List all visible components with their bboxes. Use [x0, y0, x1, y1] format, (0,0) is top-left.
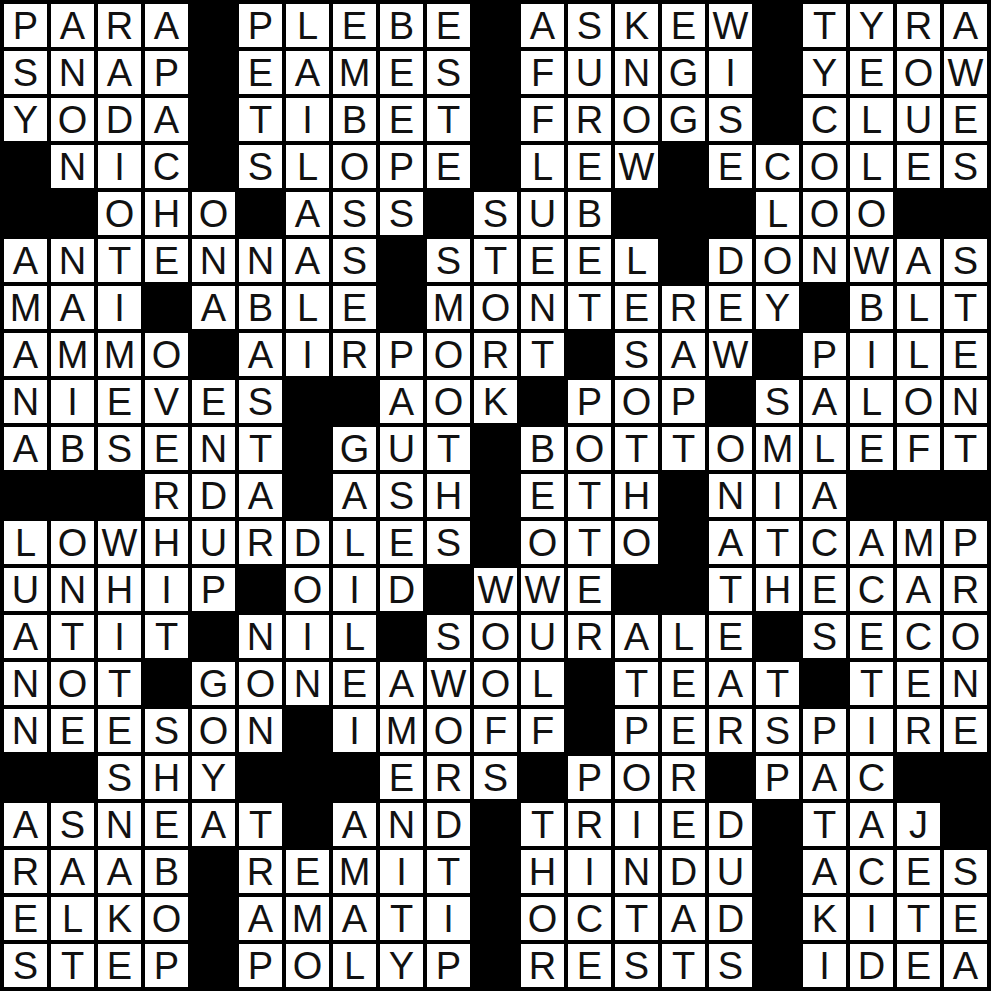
- cell-r11c18[interactable]: A: [850, 521, 893, 564]
- cell-r17c0[interactable]: A: [4, 803, 47, 846]
- cell-r5c10[interactable]: T: [474, 239, 517, 282]
- cell-r12c1[interactable]: N: [51, 568, 94, 611]
- cell-r6c2[interactable]: I: [98, 286, 141, 329]
- cell-r12c0[interactable]: U: [4, 568, 47, 611]
- cell-r5c4[interactable]: N: [192, 239, 235, 282]
- cell-r15c5[interactable]: N: [239, 709, 282, 752]
- cell-r11c7[interactable]: L: [333, 521, 376, 564]
- cell-r16c10[interactable]: S: [474, 756, 517, 799]
- cell-r20c3[interactable]: P: [145, 944, 188, 987]
- cell-r2c9[interactable]: T: [427, 98, 470, 141]
- cell-r13c10[interactable]: O: [474, 615, 517, 658]
- cell-r7c3[interactable]: O: [145, 333, 188, 376]
- cell-r8c10[interactable]: K: [474, 380, 517, 423]
- cell-r4c10[interactable]: S: [474, 192, 517, 235]
- cell-r13c0[interactable]: A: [4, 615, 47, 658]
- cell-r10c13[interactable]: H: [615, 474, 658, 517]
- cell-r0c13[interactable]: K: [615, 4, 658, 47]
- cell-r15c20[interactable]: E: [944, 709, 987, 752]
- cell-r20c19[interactable]: E: [897, 944, 940, 987]
- cell-r15c9[interactable]: O: [427, 709, 470, 752]
- cell-r18c5[interactable]: R: [239, 850, 282, 893]
- cell-r13c14[interactable]: L: [662, 615, 705, 658]
- cell-r3c13[interactable]: W: [615, 145, 658, 188]
- cell-r18c20[interactable]: S: [944, 850, 987, 893]
- cell-r2c18[interactable]: L: [850, 98, 893, 141]
- cell-r16c18[interactable]: C: [850, 756, 893, 799]
- cell-r12c3[interactable]: I: [145, 568, 188, 611]
- cell-r13c3[interactable]: T: [145, 615, 188, 658]
- cell-r4c11[interactable]: U: [521, 192, 564, 235]
- cell-r6c9[interactable]: M: [427, 286, 470, 329]
- cell-r12c10[interactable]: W: [474, 568, 517, 611]
- cell-r13c12[interactable]: R: [568, 615, 611, 658]
- cell-r6c11[interactable]: N: [521, 286, 564, 329]
- cell-r12c11[interactable]: W: [521, 568, 564, 611]
- cell-r20c17[interactable]: I: [803, 944, 846, 987]
- cell-r7c17[interactable]: P: [803, 333, 846, 376]
- cell-r2c1[interactable]: O: [51, 98, 94, 141]
- cell-r1c18[interactable]: E: [850, 51, 893, 94]
- cell-r14c2[interactable]: T: [98, 662, 141, 705]
- cell-r1c11[interactable]: F: [521, 51, 564, 94]
- cell-r18c8[interactable]: I: [380, 850, 423, 893]
- cell-r6c0[interactable]: M: [4, 286, 47, 329]
- cell-r13c15[interactable]: E: [709, 615, 752, 658]
- cell-r14c6[interactable]: N: [286, 662, 329, 705]
- cell-r15c16[interactable]: S: [756, 709, 799, 752]
- cell-r19c2[interactable]: K: [98, 897, 141, 940]
- cell-r18c18[interactable]: C: [850, 850, 893, 893]
- cell-r14c14[interactable]: E: [662, 662, 705, 705]
- cell-r2c5[interactable]: T: [239, 98, 282, 141]
- cell-r2c13[interactable]: O: [615, 98, 658, 141]
- cell-r19c18[interactable]: I: [850, 897, 893, 940]
- cell-r3c3[interactable]: C: [145, 145, 188, 188]
- cell-r10c8[interactable]: S: [380, 474, 423, 517]
- cell-r4c17[interactable]: O: [803, 192, 846, 235]
- cell-r7c18[interactable]: I: [850, 333, 893, 376]
- cell-r6c6[interactable]: L: [286, 286, 329, 329]
- cell-r9c12[interactable]: O: [568, 427, 611, 470]
- cell-r19c1[interactable]: L: [51, 897, 94, 940]
- cell-r4c12[interactable]: B: [568, 192, 611, 235]
- cell-r18c3[interactable]: B: [145, 850, 188, 893]
- cell-r3c11[interactable]: L: [521, 145, 564, 188]
- cell-r8c1[interactable]: I: [51, 380, 94, 423]
- cell-r1c5[interactable]: E: [239, 51, 282, 94]
- cell-r7c8[interactable]: P: [380, 333, 423, 376]
- cell-r0c5[interactable]: P: [239, 4, 282, 47]
- cell-r13c1[interactable]: T: [51, 615, 94, 658]
- cell-r17c9[interactable]: D: [427, 803, 470, 846]
- cell-r19c14[interactable]: A: [662, 897, 705, 940]
- cell-r17c12[interactable]: R: [568, 803, 611, 846]
- cell-r19c9[interactable]: I: [427, 897, 470, 940]
- cell-r4c8[interactable]: S: [380, 192, 423, 235]
- cell-r12c16[interactable]: H: [756, 568, 799, 611]
- cell-r15c1[interactable]: E: [51, 709, 94, 752]
- cell-r16c9[interactable]: R: [427, 756, 470, 799]
- cell-r12c4[interactable]: P: [192, 568, 235, 611]
- cell-r7c6[interactable]: I: [286, 333, 329, 376]
- cell-r9c7[interactable]: G: [333, 427, 376, 470]
- cell-r19c13[interactable]: T: [615, 897, 658, 940]
- cell-r16c4[interactable]: Y: [192, 756, 235, 799]
- cell-r14c1[interactable]: O: [51, 662, 94, 705]
- cell-r1c3[interactable]: P: [145, 51, 188, 94]
- cell-r3c12[interactable]: E: [568, 145, 611, 188]
- cell-r9c19[interactable]: F: [897, 427, 940, 470]
- cell-r1c2[interactable]: A: [98, 51, 141, 94]
- cell-r9c15[interactable]: O: [709, 427, 752, 470]
- cell-r8c18[interactable]: L: [850, 380, 893, 423]
- cell-r1c19[interactable]: O: [897, 51, 940, 94]
- cell-r14c11[interactable]: L: [521, 662, 564, 705]
- cell-r15c11[interactable]: F: [521, 709, 564, 752]
- cell-r17c2[interactable]: N: [98, 803, 141, 846]
- cell-r5c9[interactable]: S: [427, 239, 470, 282]
- cell-r11c17[interactable]: C: [803, 521, 846, 564]
- cell-r3c15[interactable]: E: [709, 145, 752, 188]
- cell-r18c7[interactable]: M: [333, 850, 376, 893]
- cell-r7c5[interactable]: A: [239, 333, 282, 376]
- cell-r9c8[interactable]: U: [380, 427, 423, 470]
- cell-r19c6[interactable]: M: [286, 897, 329, 940]
- cell-r16c17[interactable]: A: [803, 756, 846, 799]
- cell-r15c10[interactable]: F: [474, 709, 517, 752]
- cell-r20c5[interactable]: P: [239, 944, 282, 987]
- cell-r0c7[interactable]: E: [333, 4, 376, 47]
- cell-r4c18[interactable]: O: [850, 192, 893, 235]
- cell-r3c2[interactable]: I: [98, 145, 141, 188]
- cell-r11c4[interactable]: U: [192, 521, 235, 564]
- cell-r13c18[interactable]: E: [850, 615, 893, 658]
- cell-r1c17[interactable]: Y: [803, 51, 846, 94]
- cell-r20c6[interactable]: O: [286, 944, 329, 987]
- cell-r4c4[interactable]: O: [192, 192, 235, 235]
- cell-r17c11[interactable]: T: [521, 803, 564, 846]
- cell-r11c1[interactable]: O: [51, 521, 94, 564]
- cell-r7c11[interactable]: T: [521, 333, 564, 376]
- cell-r20c8[interactable]: Y: [380, 944, 423, 987]
- cell-r19c19[interactable]: T: [897, 897, 940, 940]
- cell-r5c20[interactable]: S: [944, 239, 987, 282]
- cell-r3c19[interactable]: E: [897, 145, 940, 188]
- cell-r12c17[interactable]: E: [803, 568, 846, 611]
- cell-r13c2[interactable]: I: [98, 615, 141, 658]
- cell-r9c11[interactable]: B: [521, 427, 564, 470]
- cell-r1c14[interactable]: G: [662, 51, 705, 94]
- cell-r10c16[interactable]: I: [756, 474, 799, 517]
- cell-r6c15[interactable]: E: [709, 286, 752, 329]
- cell-r15c3[interactable]: S: [145, 709, 188, 752]
- cell-r1c15[interactable]: I: [709, 51, 752, 94]
- cell-r1c1[interactable]: N: [51, 51, 94, 94]
- cell-r1c6[interactable]: A: [286, 51, 329, 94]
- cell-r4c3[interactable]: H: [145, 192, 188, 235]
- cell-r18c17[interactable]: A: [803, 850, 846, 893]
- cell-r17c7[interactable]: A: [333, 803, 376, 846]
- cell-r9c14[interactable]: T: [662, 427, 705, 470]
- cell-r0c15[interactable]: W: [709, 4, 752, 47]
- cell-r7c1[interactable]: M: [51, 333, 94, 376]
- cell-r9c3[interactable]: E: [145, 427, 188, 470]
- cell-r18c11[interactable]: H: [521, 850, 564, 893]
- cell-r17c8[interactable]: N: [380, 803, 423, 846]
- cell-r18c12[interactable]: I: [568, 850, 611, 893]
- cell-r9c20[interactable]: T: [944, 427, 987, 470]
- cell-r18c19[interactable]: E: [897, 850, 940, 893]
- cell-r0c20[interactable]: A: [944, 4, 987, 47]
- cell-r5c1[interactable]: N: [51, 239, 94, 282]
- cell-r19c17[interactable]: K: [803, 897, 846, 940]
- cell-r17c5[interactable]: T: [239, 803, 282, 846]
- cell-r11c12[interactable]: T: [568, 521, 611, 564]
- cell-r14c9[interactable]: W: [427, 662, 470, 705]
- cell-r17c14[interactable]: E: [662, 803, 705, 846]
- cell-r11c0[interactable]: L: [4, 521, 47, 564]
- cell-r5c16[interactable]: O: [756, 239, 799, 282]
- cell-r13c19[interactable]: C: [897, 615, 940, 658]
- cell-r13c7[interactable]: L: [333, 615, 376, 658]
- cell-r14c8[interactable]: A: [380, 662, 423, 705]
- cell-r14c4[interactable]: G: [192, 662, 235, 705]
- cell-r19c8[interactable]: T: [380, 897, 423, 940]
- cell-r1c8[interactable]: E: [380, 51, 423, 94]
- cell-r6c13[interactable]: E: [615, 286, 658, 329]
- cell-r20c9[interactable]: P: [427, 944, 470, 987]
- cell-r17c17[interactable]: T: [803, 803, 846, 846]
- cell-r2c20[interactable]: E: [944, 98, 987, 141]
- cell-r8c13[interactable]: O: [615, 380, 658, 423]
- cell-r12c8[interactable]: D: [380, 568, 423, 611]
- cell-r19c15[interactable]: D: [709, 897, 752, 940]
- cell-r14c15[interactable]: A: [709, 662, 752, 705]
- cell-r8c9[interactable]: O: [427, 380, 470, 423]
- cell-r12c12[interactable]: E: [568, 568, 611, 611]
- cell-r3c16[interactable]: C: [756, 145, 799, 188]
- cell-r6c16[interactable]: Y: [756, 286, 799, 329]
- cell-r8c2[interactable]: E: [98, 380, 141, 423]
- cell-r16c8[interactable]: E: [380, 756, 423, 799]
- cell-r11c9[interactable]: S: [427, 521, 470, 564]
- cell-r8c16[interactable]: S: [756, 380, 799, 423]
- cell-r20c20[interactable]: A: [944, 944, 987, 987]
- cell-r14c18[interactable]: T: [850, 662, 893, 705]
- cell-r0c17[interactable]: T: [803, 4, 846, 47]
- cell-r12c19[interactable]: A: [897, 568, 940, 611]
- cell-r11c8[interactable]: E: [380, 521, 423, 564]
- cell-r13c6[interactable]: I: [286, 615, 329, 658]
- cell-r5c17[interactable]: N: [803, 239, 846, 282]
- cell-r13c20[interactable]: O: [944, 615, 987, 658]
- cell-r11c15[interactable]: A: [709, 521, 752, 564]
- cell-r0c2[interactable]: R: [98, 4, 141, 47]
- cell-r5c7[interactable]: S: [333, 239, 376, 282]
- cell-r6c19[interactable]: L: [897, 286, 940, 329]
- cell-r16c16[interactable]: P: [756, 756, 799, 799]
- cell-r18c9[interactable]: T: [427, 850, 470, 893]
- cell-r3c6[interactable]: L: [286, 145, 329, 188]
- cell-r19c12[interactable]: C: [568, 897, 611, 940]
- cell-r7c14[interactable]: A: [662, 333, 705, 376]
- cell-r3c1[interactable]: N: [51, 145, 94, 188]
- cell-r10c12[interactable]: T: [568, 474, 611, 517]
- cell-r9c5[interactable]: T: [239, 427, 282, 470]
- cell-r6c14[interactable]: R: [662, 286, 705, 329]
- cell-r5c12[interactable]: E: [568, 239, 611, 282]
- cell-r16c13[interactable]: O: [615, 756, 658, 799]
- cell-r5c13[interactable]: L: [615, 239, 658, 282]
- cell-r11c16[interactable]: T: [756, 521, 799, 564]
- cell-r2c8[interactable]: E: [380, 98, 423, 141]
- cell-r7c19[interactable]: L: [897, 333, 940, 376]
- cell-r8c5[interactable]: S: [239, 380, 282, 423]
- cell-r11c19[interactable]: M: [897, 521, 940, 564]
- cell-r20c1[interactable]: T: [51, 944, 94, 987]
- cell-r15c13[interactable]: P: [615, 709, 658, 752]
- cell-r20c2[interactable]: E: [98, 944, 141, 987]
- cell-r10c5[interactable]: A: [239, 474, 282, 517]
- cell-r14c5[interactable]: O: [239, 662, 282, 705]
- cell-r9c17[interactable]: L: [803, 427, 846, 470]
- cell-r15c19[interactable]: R: [897, 709, 940, 752]
- cell-r17c3[interactable]: E: [145, 803, 188, 846]
- cell-r10c9[interactable]: H: [427, 474, 470, 517]
- cell-r18c14[interactable]: D: [662, 850, 705, 893]
- cell-r19c5[interactable]: A: [239, 897, 282, 940]
- cell-r15c7[interactable]: I: [333, 709, 376, 752]
- cell-r20c11[interactable]: R: [521, 944, 564, 987]
- cell-r5c3[interactable]: E: [145, 239, 188, 282]
- cell-r2c0[interactable]: Y: [4, 98, 47, 141]
- cell-r4c2[interactable]: O: [98, 192, 141, 235]
- cell-r13c13[interactable]: A: [615, 615, 658, 658]
- cell-r2c19[interactable]: U: [897, 98, 940, 141]
- cell-r0c1[interactable]: A: [51, 4, 94, 47]
- cell-r19c0[interactable]: E: [4, 897, 47, 940]
- cell-r14c16[interactable]: T: [756, 662, 799, 705]
- cell-r17c13[interactable]: I: [615, 803, 658, 846]
- cell-r2c3[interactable]: A: [145, 98, 188, 141]
- cell-r13c5[interactable]: N: [239, 615, 282, 658]
- cell-r2c15[interactable]: S: [709, 98, 752, 141]
- cell-r11c20[interactable]: P: [944, 521, 987, 564]
- cell-r4c6[interactable]: A: [286, 192, 329, 235]
- cell-r5c18[interactable]: W: [850, 239, 893, 282]
- cell-r6c18[interactable]: B: [850, 286, 893, 329]
- cell-r15c15[interactable]: R: [709, 709, 752, 752]
- cell-r8c3[interactable]: V: [145, 380, 188, 423]
- cell-r4c16[interactable]: L: [756, 192, 799, 235]
- cell-r7c2[interactable]: M: [98, 333, 141, 376]
- cell-r15c17[interactable]: P: [803, 709, 846, 752]
- cell-r0c12[interactable]: S: [568, 4, 611, 47]
- cell-r3c5[interactable]: S: [239, 145, 282, 188]
- cell-r8c4[interactable]: E: [192, 380, 235, 423]
- cell-r5c19[interactable]: A: [897, 239, 940, 282]
- cell-r11c5[interactable]: R: [239, 521, 282, 564]
- cell-r10c17[interactable]: A: [803, 474, 846, 517]
- cell-r0c19[interactable]: R: [897, 4, 940, 47]
- cell-r5c11[interactable]: E: [521, 239, 564, 282]
- cell-r8c20[interactable]: N: [944, 380, 987, 423]
- cell-r16c2[interactable]: S: [98, 756, 141, 799]
- cell-r6c12[interactable]: T: [568, 286, 611, 329]
- cell-r7c13[interactable]: S: [615, 333, 658, 376]
- cell-r15c0[interactable]: N: [4, 709, 47, 752]
- cell-r20c13[interactable]: S: [615, 944, 658, 987]
- cell-r20c14[interactable]: T: [662, 944, 705, 987]
- cell-r5c5[interactable]: N: [239, 239, 282, 282]
- cell-r20c15[interactable]: S: [709, 944, 752, 987]
- cell-r9c2[interactable]: S: [98, 427, 141, 470]
- cell-r7c15[interactable]: W: [709, 333, 752, 376]
- cell-r12c7[interactable]: I: [333, 568, 376, 611]
- cell-r10c7[interactable]: A: [333, 474, 376, 517]
- cell-r12c2[interactable]: H: [98, 568, 141, 611]
- cell-r18c15[interactable]: U: [709, 850, 752, 893]
- cell-r10c11[interactable]: E: [521, 474, 564, 517]
- cell-r0c0[interactable]: P: [4, 4, 47, 47]
- cell-r11c2[interactable]: W: [98, 521, 141, 564]
- cell-r3c7[interactable]: O: [333, 145, 376, 188]
- cell-r12c15[interactable]: T: [709, 568, 752, 611]
- cell-r14c7[interactable]: E: [333, 662, 376, 705]
- cell-r15c2[interactable]: E: [98, 709, 141, 752]
- cell-r17c1[interactable]: S: [51, 803, 94, 846]
- cell-r9c4[interactable]: N: [192, 427, 235, 470]
- cell-r12c6[interactable]: O: [286, 568, 329, 611]
- cell-r14c19[interactable]: E: [897, 662, 940, 705]
- cell-r7c0[interactable]: A: [4, 333, 47, 376]
- cell-r13c17[interactable]: S: [803, 615, 846, 658]
- cell-r3c8[interactable]: P: [380, 145, 423, 188]
- cell-r16c12[interactable]: P: [568, 756, 611, 799]
- cell-r16c14[interactable]: R: [662, 756, 705, 799]
- cell-r20c0[interactable]: S: [4, 944, 47, 987]
- cell-r18c6[interactable]: E: [286, 850, 329, 893]
- cell-r9c9[interactable]: T: [427, 427, 470, 470]
- cell-r5c2[interactable]: T: [98, 239, 141, 282]
- cell-r15c4[interactable]: O: [192, 709, 235, 752]
- cell-r16c3[interactable]: H: [145, 756, 188, 799]
- cell-r2c11[interactable]: F: [521, 98, 564, 141]
- cell-r0c11[interactable]: A: [521, 4, 564, 47]
- cell-r10c15[interactable]: N: [709, 474, 752, 517]
- cell-r11c13[interactable]: O: [615, 521, 658, 564]
- cell-r2c6[interactable]: I: [286, 98, 329, 141]
- cell-r5c0[interactable]: A: [4, 239, 47, 282]
- cell-r7c10[interactable]: R: [474, 333, 517, 376]
- cell-r5c6[interactable]: A: [286, 239, 329, 282]
- cell-r11c11[interactable]: O: [521, 521, 564, 564]
- cell-r3c9[interactable]: E: [427, 145, 470, 188]
- cell-r1c9[interactable]: S: [427, 51, 470, 94]
- cell-r6c7[interactable]: E: [333, 286, 376, 329]
- cell-r6c20[interactable]: T: [944, 286, 987, 329]
- cell-r8c19[interactable]: O: [897, 380, 940, 423]
- cell-r13c9[interactable]: S: [427, 615, 470, 658]
- cell-r2c17[interactable]: C: [803, 98, 846, 141]
- cell-r9c0[interactable]: A: [4, 427, 47, 470]
- cell-r18c1[interactable]: A: [51, 850, 94, 893]
- cell-r14c13[interactable]: T: [615, 662, 658, 705]
- cell-r3c20[interactable]: S: [944, 145, 987, 188]
- cell-r7c9[interactable]: O: [427, 333, 470, 376]
- cell-r19c7[interactable]: A: [333, 897, 376, 940]
